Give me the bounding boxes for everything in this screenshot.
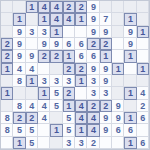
cell-r5c5[interactable]: 2 xyxy=(50,50,62,62)
cell-r12c11[interactable]: 1 xyxy=(124,137,136,149)
cell-r3c9[interactable]: 9 xyxy=(100,26,112,38)
cell-r2c8[interactable]: 9 xyxy=(87,13,99,25)
cell-r2c10[interactable] xyxy=(112,13,124,25)
cell-r1c4[interactable]: 4 xyxy=(38,1,50,13)
cell-r5c2[interactable]: 9 xyxy=(13,50,25,62)
cell-r4c3[interactable] xyxy=(26,38,38,50)
cell-r1c3[interactable]: 1 xyxy=(26,1,38,13)
cell-r3c6[interactable] xyxy=(63,26,75,38)
cell-r5c1[interactable]: 2 xyxy=(1,50,13,62)
cell-r10c9[interactable]: 9 xyxy=(100,112,112,124)
cell-r5c4[interactable]: 2 xyxy=(38,50,50,62)
cell-r2c9[interactable]: 7 xyxy=(100,13,112,25)
cell-r6c12[interactable]: 1 xyxy=(137,63,149,75)
cell-r12c6[interactable]: 3 xyxy=(63,137,75,149)
cell-r8c8[interactable]: 3 xyxy=(87,87,99,99)
cell-r1c2[interactable] xyxy=(13,1,25,13)
cell-r8c2[interactable] xyxy=(13,87,25,99)
cell-r7c2[interactable]: 8 xyxy=(13,75,25,87)
cell-r4c9[interactable]: 2 xyxy=(100,38,112,50)
puzzle-board: 1442291144197193319991299966229299221661… xyxy=(0,0,150,150)
cell-r4c10[interactable] xyxy=(112,38,124,50)
cell-r3c1[interactable] xyxy=(1,26,13,38)
cell-r1c7[interactable]: 2 xyxy=(75,1,87,13)
cell-r5c7[interactable]: 6 xyxy=(75,50,87,62)
cell-r7c7[interactable]: 1 xyxy=(75,75,87,87)
cell-r10c12[interactable]: 6 xyxy=(137,112,149,124)
cell-r1c6[interactable]: 2 xyxy=(63,1,75,13)
cell-r8c12[interactable]: 4 xyxy=(137,87,149,99)
cell-r6c10[interactable]: 1 xyxy=(112,63,124,75)
cell-r5c10[interactable] xyxy=(112,50,124,62)
cell-r8c10[interactable] xyxy=(112,87,124,99)
cell-r6c4[interactable] xyxy=(38,63,50,75)
cell-r7c9[interactable]: 9 xyxy=(100,75,112,87)
cell-r4c7[interactable]: 6 xyxy=(75,38,87,50)
cell-r9c9[interactable]: 2 xyxy=(100,100,112,112)
cell-r9c6[interactable]: 1 xyxy=(63,100,75,112)
cell-r2c7[interactable]: 1 xyxy=(75,13,87,25)
cell-r10c5[interactable] xyxy=(50,112,62,124)
cell-r9c3[interactable]: 4 xyxy=(26,100,38,112)
cell-r11c1[interactable]: 8 xyxy=(1,124,13,136)
cell-r7c5[interactable]: 3 xyxy=(50,75,62,87)
cell-r7c12[interactable] xyxy=(137,75,149,87)
cell-r12c2[interactable]: 1 xyxy=(13,137,25,149)
cell-r12c9[interactable] xyxy=(100,137,112,149)
cell-r3c12[interactable]: 1 xyxy=(137,26,149,38)
cell-r12c5[interactable] xyxy=(50,137,62,149)
cell-r11c11[interactable]: 6 xyxy=(124,124,136,136)
cell-r4c12[interactable] xyxy=(137,38,149,50)
cell-r12c3[interactable]: 5 xyxy=(26,137,38,149)
cell-r6c9[interactable]: 9 xyxy=(100,63,112,75)
cell-r11c4[interactable] xyxy=(38,124,50,136)
cell-r8c5[interactable]: 5 xyxy=(50,87,62,99)
cell-r10c7[interactable]: 4 xyxy=(75,112,87,124)
cell-r2c4[interactable]: 1 xyxy=(38,13,50,25)
cell-r11c6[interactable]: 5 xyxy=(63,124,75,136)
cell-r1c8[interactable]: 9 xyxy=(87,1,99,13)
cell-r9c8[interactable]: 2 xyxy=(87,100,99,112)
cell-r9c4[interactable]: 4 xyxy=(38,100,50,112)
cell-r6c5[interactable] xyxy=(50,63,62,75)
cell-r3c10[interactable] xyxy=(112,26,124,38)
cell-r11c12[interactable] xyxy=(137,124,149,136)
cell-r1c9[interactable] xyxy=(100,1,112,13)
cell-r3c11[interactable]: 9 xyxy=(124,26,136,38)
cell-r6c2[interactable]: 4 xyxy=(13,63,25,75)
cell-r9c10[interactable]: 9 xyxy=(112,100,124,112)
cell-r11c8[interactable]: 4 xyxy=(87,124,99,136)
cell-r9c1[interactable] xyxy=(1,100,13,112)
cell-r1c5[interactable]: 4 xyxy=(50,1,62,13)
cell-r5c8[interactable]: 6 xyxy=(87,50,99,62)
cell-r2c12[interactable] xyxy=(137,13,149,25)
cell-r5c11[interactable]: 1 xyxy=(124,50,136,62)
cell-r7c3[interactable]: 1 xyxy=(26,75,38,87)
cell-r10c10[interactable]: 9 xyxy=(112,112,124,124)
cell-r12c4[interactable] xyxy=(38,137,50,149)
cell-r2c5[interactable]: 4 xyxy=(50,13,62,25)
cell-r12c10[interactable] xyxy=(112,137,124,149)
cell-r8c7[interactable] xyxy=(75,87,87,99)
cell-r10c1[interactable]: 8 xyxy=(1,112,13,124)
cell-r8c1[interactable]: 1 xyxy=(1,87,13,99)
cell-r10c2[interactable]: 2 xyxy=(13,112,25,124)
cell-r8c3[interactable] xyxy=(26,87,38,99)
cell-r11c9[interactable]: 9 xyxy=(100,124,112,136)
cell-r3c8[interactable]: 9 xyxy=(87,26,99,38)
cell-r8c9[interactable]: 3 xyxy=(100,87,112,99)
cell-r3c4[interactable]: 3 xyxy=(38,26,50,38)
cell-r2c11[interactable]: 1 xyxy=(124,13,136,25)
cell-r4c1[interactable]: 2 xyxy=(1,38,13,50)
cell-r5c9[interactable]: 1 xyxy=(100,50,112,62)
cell-r9c7[interactable]: 4 xyxy=(75,100,87,112)
cell-r9c5[interactable]: 5 xyxy=(50,100,62,112)
cell-r11c3[interactable]: 5 xyxy=(26,124,38,136)
cell-r2c6[interactable]: 4 xyxy=(63,13,75,25)
cell-r1c11[interactable] xyxy=(124,1,136,13)
cell-r3c2[interactable]: 9 xyxy=(13,26,25,38)
cell-r6c1[interactable]: 1 xyxy=(1,63,13,75)
cell-r12c7[interactable]: 3 xyxy=(75,137,87,149)
cell-r6c11[interactable] xyxy=(124,63,136,75)
cell-r12c1[interactable] xyxy=(1,137,13,149)
cell-r6c6[interactable]: 2 xyxy=(63,63,75,75)
cell-r9c2[interactable]: 8 xyxy=(13,100,25,112)
cell-r8c4[interactable]: 1 xyxy=(38,87,50,99)
cell-r4c4[interactable]: 9 xyxy=(38,38,50,50)
cell-r11c2[interactable]: 5 xyxy=(13,124,25,136)
cell-r10c4[interactable]: 4 xyxy=(38,112,50,124)
cell-r10c6[interactable]: 5 xyxy=(63,112,75,124)
cell-r6c7[interactable]: 2 xyxy=(75,63,87,75)
cell-r9c12[interactable]: 2 xyxy=(137,100,149,112)
cell-r6c3[interactable]: 4 xyxy=(26,63,38,75)
cell-r10c3[interactable]: 2 xyxy=(26,112,38,124)
cell-r8c11[interactable]: 1 xyxy=(124,87,136,99)
cell-r1c12[interactable] xyxy=(137,1,149,13)
cell-r4c5[interactable]: 9 xyxy=(50,38,62,50)
cell-r2c3[interactable] xyxy=(26,13,38,25)
cell-r3c7[interactable] xyxy=(75,26,87,38)
cell-r8c6[interactable]: 2 xyxy=(63,87,75,99)
cell-r2c2[interactable]: 1 xyxy=(13,13,25,25)
cell-r4c11[interactable]: 9 xyxy=(124,38,136,50)
cell-r5c12[interactable] xyxy=(137,50,149,62)
cell-r4c8[interactable]: 2 xyxy=(87,38,99,50)
cell-r7c4[interactable]: 3 xyxy=(38,75,50,87)
cell-r2c1[interactable] xyxy=(1,13,13,25)
cell-r11c10[interactable]: 6 xyxy=(112,124,124,136)
cell-r1c10[interactable] xyxy=(112,1,124,13)
cell-r7c6[interactable]: 3 xyxy=(63,75,75,87)
cell-r7c1[interactable] xyxy=(1,75,13,87)
cell-r1c1[interactable] xyxy=(1,1,13,13)
cell-r12c12[interactable]: 6 xyxy=(137,137,149,149)
cell-r3c3[interactable]: 3 xyxy=(26,26,38,38)
cell-r5c6[interactable]: 1 xyxy=(63,50,75,62)
cell-r11c5[interactable]: 1 xyxy=(50,124,62,136)
cell-r7c8[interactable]: 3 xyxy=(87,75,99,87)
cell-r11c7[interactable]: 1 xyxy=(75,124,87,136)
cell-r3c5[interactable]: 1 xyxy=(50,26,62,38)
cell-r9c11[interactable] xyxy=(124,100,136,112)
cell-r10c8[interactable]: 4 xyxy=(87,112,99,124)
cell-r12c8[interactable]: 2 xyxy=(87,137,99,149)
cell-r4c2[interactable]: 9 xyxy=(13,38,25,50)
cell-r6c8[interactable]: 9 xyxy=(87,63,99,75)
cell-r4c6[interactable]: 6 xyxy=(63,38,75,50)
cell-r7c11[interactable] xyxy=(124,75,136,87)
cell-r5c3[interactable]: 9 xyxy=(26,50,38,62)
cell-r7c10[interactable] xyxy=(112,75,124,87)
cell-r10c11[interactable]: 1 xyxy=(124,112,136,124)
